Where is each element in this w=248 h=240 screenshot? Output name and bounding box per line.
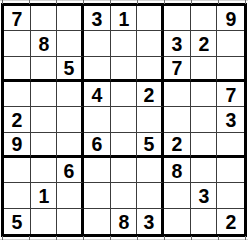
- cell-r3c4[interactable]: [84, 57, 111, 82]
- given-digit: 2: [11, 109, 22, 130]
- cell-r6c8[interactable]: [191, 133, 218, 158]
- cell-r9c2[interactable]: [31, 209, 58, 234]
- cell-r3c6[interactable]: [137, 57, 164, 82]
- given-digit: 9: [11, 133, 22, 154]
- given-digit: 2: [171, 133, 182, 154]
- given-digit: 3: [91, 8, 102, 29]
- sudoku-board: 73198325742723965268135832: [1, 3, 247, 237]
- cell-r3c3: 5: [57, 57, 84, 82]
- cell-r1c1: 7: [4, 6, 31, 31]
- cell-r5c8[interactable]: [191, 107, 218, 132]
- cell-r8c5[interactable]: [111, 183, 138, 208]
- cell-r6c3[interactable]: [57, 133, 84, 158]
- grid-tick: [137, 0, 138, 4]
- cell-r8c3[interactable]: [57, 183, 84, 208]
- cell-r4c1[interactable]: [4, 82, 31, 107]
- cell-r3c1[interactable]: [4, 57, 31, 82]
- grid-tick: [110, 0, 111, 4]
- grid-tick: [191, 0, 192, 4]
- cell-r5c4[interactable]: [84, 107, 111, 132]
- cell-r4c9: 7: [217, 82, 244, 107]
- cell-r6c7: 2: [164, 133, 191, 158]
- grid-tick: [191, 236, 192, 240]
- given-digit: 1: [118, 8, 129, 29]
- grid-tick: [164, 236, 165, 240]
- grid-tick: [245, 236, 246, 240]
- cell-r4c2[interactable]: [31, 82, 58, 107]
- cell-r8c9[interactable]: [217, 183, 244, 208]
- given-digit: 7: [171, 57, 182, 78]
- cell-r6c6: 5: [137, 133, 164, 158]
- cell-r4c8[interactable]: [191, 82, 218, 107]
- given-digit: 6: [91, 133, 102, 154]
- cell-r6c9[interactable]: [217, 133, 244, 158]
- cell-r4c4: 4: [84, 82, 111, 107]
- cell-r2c6[interactable]: [137, 31, 164, 56]
- cell-r7c4[interactable]: [84, 158, 111, 183]
- cell-r3c8[interactable]: [191, 57, 218, 82]
- given-digit: 5: [11, 211, 22, 232]
- cell-r7c9[interactable]: [217, 158, 244, 183]
- cell-r4c6: 2: [137, 82, 164, 107]
- cell-r1c3[interactable]: [57, 6, 84, 31]
- cell-r4c7[interactable]: [164, 82, 191, 107]
- cell-r8c6[interactable]: [137, 183, 164, 208]
- cell-r9c8[interactable]: [191, 209, 218, 234]
- cell-r1c7[interactable]: [164, 6, 191, 31]
- cell-r5c2[interactable]: [31, 107, 58, 132]
- given-digit: 8: [118, 211, 129, 232]
- cell-r2c1[interactable]: [4, 31, 31, 56]
- cell-r4c5[interactable]: [111, 82, 138, 107]
- cell-r9c4[interactable]: [84, 209, 111, 234]
- cell-r8c7[interactable]: [164, 183, 191, 208]
- given-digit: 5: [64, 57, 75, 78]
- cell-r1c8[interactable]: [191, 6, 218, 31]
- grid-tick: [218, 236, 219, 240]
- given-digit: 3: [171, 33, 182, 54]
- cell-r1c9: 9: [217, 6, 244, 31]
- cell-r2c7: 3: [164, 31, 191, 56]
- cell-r5c7[interactable]: [164, 107, 191, 132]
- grid-tick: [245, 0, 246, 4]
- grid-tick: [218, 0, 219, 4]
- given-digit: 2: [144, 84, 155, 105]
- cell-r3c9[interactable]: [217, 57, 244, 82]
- grid-tick: [2, 236, 3, 240]
- cell-r9c1: 5: [4, 209, 31, 234]
- cell-r4c3[interactable]: [57, 82, 84, 107]
- ruler-ticks-bottom: [2, 236, 246, 240]
- given-digit: 8: [38, 33, 49, 54]
- grid-tick: [137, 236, 138, 240]
- ruler-ticks-top: [2, 0, 246, 4]
- cell-r9c3[interactable]: [57, 209, 84, 234]
- sudoku-grid: 73198325742723965268135832: [4, 6, 244, 234]
- grid-tick: [29, 0, 30, 4]
- given-digit: 4: [91, 84, 102, 105]
- cell-r9c5: 8: [111, 209, 138, 234]
- given-digit: 8: [171, 160, 182, 181]
- cell-r7c8[interactable]: [191, 158, 218, 183]
- given-digit: 7: [225, 84, 236, 105]
- given-digit: 5: [144, 133, 155, 154]
- given-digit: 3: [144, 211, 155, 232]
- cell-r6c2[interactable]: [31, 133, 58, 158]
- cell-r1c4: 3: [84, 6, 111, 31]
- given-digit: 6: [64, 160, 75, 181]
- cell-r7c2[interactable]: [31, 158, 58, 183]
- grid-tick: [29, 236, 30, 240]
- cell-r5c5[interactable]: [111, 107, 138, 132]
- cell-r8c4[interactable]: [84, 183, 111, 208]
- cell-r8c1[interactable]: [4, 183, 31, 208]
- cell-r8c8: 3: [191, 183, 218, 208]
- cell-r2c2: 8: [31, 31, 58, 56]
- given-digit: 2: [225, 211, 236, 232]
- cell-r7c6[interactable]: [137, 158, 164, 183]
- cell-r9c7[interactable]: [164, 209, 191, 234]
- cell-r1c5: 1: [111, 6, 138, 31]
- grid-tick: [164, 0, 165, 4]
- cell-r7c5[interactable]: [111, 158, 138, 183]
- cell-r3c2[interactable]: [31, 57, 58, 82]
- cell-r5c1: 2: [4, 107, 31, 132]
- cell-r6c4: 6: [84, 133, 111, 158]
- cell-r3c5[interactable]: [111, 57, 138, 82]
- cell-r6c1: 9: [4, 133, 31, 158]
- given-digit: 9: [225, 8, 236, 29]
- cell-r2c3[interactable]: [57, 31, 84, 56]
- cell-r2c4[interactable]: [84, 31, 111, 56]
- cell-r9c6: 3: [137, 209, 164, 234]
- cell-r7c3: 6: [57, 158, 84, 183]
- given-digit: 7: [11, 8, 22, 29]
- cell-r5c9: 3: [217, 107, 244, 132]
- grid-tick: [56, 236, 57, 240]
- grid-tick: [83, 236, 84, 240]
- given-digit: 2: [198, 33, 209, 54]
- cell-r9c9: 2: [217, 209, 244, 234]
- cell-r2c9[interactable]: [217, 31, 244, 56]
- cell-r8c2: 1: [31, 183, 58, 208]
- cell-r6c5[interactable]: [111, 133, 138, 158]
- cell-r1c2[interactable]: [31, 6, 58, 31]
- cell-r2c5[interactable]: [111, 31, 138, 56]
- given-digit: 3: [198, 185, 209, 206]
- cell-r7c7: 8: [164, 158, 191, 183]
- grid-tick: [2, 0, 3, 4]
- cell-r7c1[interactable]: [4, 158, 31, 183]
- grid-tick: [56, 0, 57, 4]
- cell-r5c6[interactable]: [137, 107, 164, 132]
- grid-tick: [83, 0, 84, 4]
- cell-r1c6[interactable]: [137, 6, 164, 31]
- cell-r5c3[interactable]: [57, 107, 84, 132]
- cell-r2c8: 2: [191, 31, 218, 56]
- cell-r3c7: 7: [164, 57, 191, 82]
- given-digit: 3: [225, 109, 236, 130]
- given-digit: 1: [38, 185, 49, 206]
- grid-tick: [110, 236, 111, 240]
